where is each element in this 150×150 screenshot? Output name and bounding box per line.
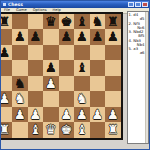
square-a3[interactable]: ♟ xyxy=(0,91,12,107)
piece-white-queen[interactable]: ♛ xyxy=(43,122,59,138)
chess-app-window: Chess File Game Options Help ♜♛♚♝♞♜♟♟♟♟♟… xyxy=(0,0,150,150)
square-h8[interactable]: ♜ xyxy=(105,14,121,30)
square-c7[interactable]: ♟ xyxy=(28,29,44,45)
square-h5[interactable] xyxy=(105,60,121,76)
square-b7[interactable]: ♟ xyxy=(12,29,28,45)
square-e7[interactable]: ♟ xyxy=(59,29,75,45)
square-f3[interactable]: ♞ xyxy=(74,91,90,107)
square-e1[interactable]: ♚ xyxy=(59,122,75,138)
square-e3[interactable] xyxy=(59,91,75,107)
piece-black-king[interactable]: ♚ xyxy=(59,14,75,30)
square-c8[interactable] xyxy=(28,14,44,30)
square-h7[interactable]: ♟ xyxy=(105,29,121,45)
square-f4[interactable] xyxy=(74,76,90,92)
app-icon xyxy=(3,3,6,6)
piece-black-knight[interactable]: ♞ xyxy=(90,14,106,30)
square-b1[interactable] xyxy=(12,122,28,138)
title-bar[interactable]: Chess xyxy=(1,1,149,8)
square-h3[interactable] xyxy=(105,91,121,107)
square-g7[interactable]: ♟ xyxy=(90,29,106,45)
move-list-panel[interactable]: 1. d4 d5 2. Nf3 Nc6 3. Nbd2 Bf5 4. Nb3 N… xyxy=(127,11,150,144)
square-b2[interactable]: ♟ xyxy=(12,107,28,123)
square-d3[interactable] xyxy=(43,91,59,107)
square-e4[interactable] xyxy=(59,76,75,92)
piece-black-queen[interactable]: ♛ xyxy=(43,14,59,30)
piece-black-bishop[interactable]: ♝ xyxy=(74,60,90,76)
square-f7[interactable]: ♟ xyxy=(74,29,90,45)
piece-white-bishop[interactable]: ♝ xyxy=(28,122,44,138)
chess-board[interactable]: ♜♛♚♝♞♜♟♟♟♟♟♟♟♟♝♞♟♟♞♞♟♟♟♟♟♟♜♝♛♚♝♜ xyxy=(0,14,121,138)
square-f6[interactable] xyxy=(74,45,90,61)
square-d7[interactable] xyxy=(43,29,59,45)
piece-white-pawn[interactable]: ♟ xyxy=(90,107,106,123)
square-b5[interactable] xyxy=(12,60,28,76)
square-h4[interactable] xyxy=(105,76,121,92)
square-a5[interactable] xyxy=(0,60,12,76)
square-a8[interactable]: ♜ xyxy=(0,14,12,30)
piece-white-pawn[interactable]: ♟ xyxy=(28,107,44,123)
move-row: 3. Nbd2 Bf5 xyxy=(129,30,145,38)
piece-white-bishop[interactable]: ♝ xyxy=(74,122,90,138)
square-d2[interactable] xyxy=(43,107,59,123)
move-row: 1. d4 d5 xyxy=(129,13,145,21)
square-e6[interactable] xyxy=(59,45,75,61)
piece-black-knight[interactable]: ♞ xyxy=(12,76,28,92)
piece-black-pawn[interactable]: ♟ xyxy=(0,45,12,61)
minimize-button[interactable] xyxy=(128,2,134,7)
chess-board-frame: ♜♛♚♝♞♜♟♟♟♟♟♟♟♟♝♞♟♟♞♞♟♟♟♟♟♟♜♝♛♚♝♜ xyxy=(0,12,123,140)
square-h1[interactable]: ♜ xyxy=(105,122,121,138)
square-g6[interactable] xyxy=(90,45,106,61)
square-c5[interactable] xyxy=(28,60,44,76)
square-d4[interactable]: ♟ xyxy=(43,76,59,92)
piece-white-pawn[interactable]: ♟ xyxy=(43,76,59,92)
square-g1[interactable] xyxy=(90,122,106,138)
square-c3[interactable] xyxy=(28,91,44,107)
square-g4[interactable] xyxy=(90,76,106,92)
square-e2[interactable]: ♟ xyxy=(59,107,75,123)
square-c2[interactable]: ♟ xyxy=(28,107,44,123)
maximize-button[interactable] xyxy=(135,2,141,7)
square-b8[interactable] xyxy=(12,14,28,30)
square-c1[interactable]: ♝ xyxy=(28,122,44,138)
square-h6[interactable] xyxy=(105,45,121,61)
square-f8[interactable]: ♝ xyxy=(74,14,90,30)
square-a2[interactable] xyxy=(0,107,12,123)
square-g5[interactable] xyxy=(90,60,106,76)
square-g3[interactable] xyxy=(90,91,106,107)
piece-black-pawn[interactable]: ♟ xyxy=(74,29,90,45)
piece-white-king[interactable]: ♚ xyxy=(59,122,75,138)
square-e5[interactable] xyxy=(59,60,75,76)
piece-white-pawn[interactable]: ♟ xyxy=(105,107,121,123)
piece-black-pawn[interactable]: ♟ xyxy=(105,29,121,45)
square-b4[interactable]: ♞ xyxy=(12,76,28,92)
square-e8[interactable]: ♚ xyxy=(59,14,75,30)
square-d8[interactable]: ♛ xyxy=(43,14,59,30)
piece-black-pawn[interactable]: ♟ xyxy=(90,29,106,45)
piece-black-rook[interactable]: ♜ xyxy=(0,14,12,30)
square-d6[interactable] xyxy=(43,45,59,61)
square-b6[interactable] xyxy=(12,45,28,61)
square-a7[interactable] xyxy=(0,29,12,45)
piece-white-pawn[interactable]: ♟ xyxy=(74,107,90,123)
piece-black-pawn[interactable]: ♟ xyxy=(59,29,75,45)
move-row: 5. a3 a6 xyxy=(129,47,145,55)
piece-white-rook[interactable]: ♜ xyxy=(105,122,121,138)
square-a4[interactable] xyxy=(0,76,12,92)
piece-white-rook[interactable]: ♜ xyxy=(0,122,12,138)
piece-black-pawn[interactable]: ♟ xyxy=(12,29,28,45)
square-f2[interactable]: ♟ xyxy=(74,107,90,123)
square-g2[interactable]: ♟ xyxy=(90,107,106,123)
square-d5[interactable]: ♟ xyxy=(43,60,59,76)
square-h2[interactable]: ♟ xyxy=(105,107,121,123)
piece-white-knight[interactable]: ♞ xyxy=(12,91,28,107)
square-g8[interactable]: ♞ xyxy=(90,14,106,30)
piece-black-pawn[interactable]: ♟ xyxy=(28,29,44,45)
piece-white-pawn[interactable]: ♟ xyxy=(12,107,28,123)
square-d1[interactable]: ♛ xyxy=(43,122,59,138)
piece-black-pawn[interactable]: ♟ xyxy=(43,60,59,76)
move-black: a6 xyxy=(129,51,145,55)
square-a1[interactable]: ♜ xyxy=(0,122,12,138)
close-button[interactable] xyxy=(142,2,148,7)
square-c4[interactable] xyxy=(28,76,44,92)
piece-black-rook[interactable]: ♜ xyxy=(105,14,121,30)
move-list-scrollbar[interactable] xyxy=(145,12,149,143)
square-a6[interactable]: ♟ xyxy=(0,45,12,61)
piece-white-pawn[interactable]: ♟ xyxy=(0,91,12,107)
square-b3[interactable]: ♞ xyxy=(12,91,28,107)
piece-black-bishop[interactable]: ♝ xyxy=(74,14,90,30)
square-f5[interactable]: ♝ xyxy=(74,60,90,76)
piece-white-pawn[interactable]: ♟ xyxy=(59,107,75,123)
piece-white-knight[interactable]: ♞ xyxy=(74,91,90,107)
square-c6[interactable] xyxy=(28,45,44,61)
square-f1[interactable]: ♝ xyxy=(74,122,90,138)
window-title: Chess xyxy=(8,1,23,8)
